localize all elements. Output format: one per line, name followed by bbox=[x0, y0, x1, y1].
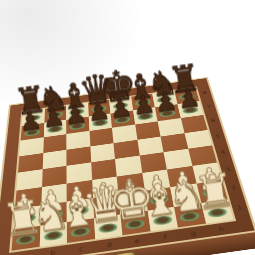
square-e6[interactable] bbox=[112, 124, 137, 142]
rank-label-5: 5 bbox=[214, 128, 223, 144]
black-pawn-glyph: ♟ bbox=[131, 91, 157, 119]
chessboard: ♜♞♝♛♚♝♞♜♟♟♟♟♟♟♟♟♟♟♟♟♟♟♟♟♜♞♝♛♚♝♞♜ abcdefg… bbox=[0, 77, 255, 255]
rank-label-6: 6 bbox=[209, 113, 218, 128]
rank-label-7: 7 bbox=[205, 99, 213, 114]
square-h5[interactable] bbox=[184, 130, 212, 149]
black-pawn-glyph: ♟ bbox=[18, 107, 44, 135]
black-pawn-glyph: ♟ bbox=[108, 94, 134, 122]
square-h1[interactable]: ♜ bbox=[201, 199, 234, 223]
square-e5[interactable] bbox=[113, 140, 139, 159]
rank-label-4: 4 bbox=[218, 144, 228, 161]
square-f5[interactable] bbox=[137, 136, 164, 155]
black-pawn-glyph: ♟ bbox=[153, 88, 179, 116]
product-photo: ♜♞♝♛♚♝♞♜♟♟♟♟♟♟♟♟♟♟♟♟♟♟♟♟♜♞♝♛♚♝♞♜ abcdefg… bbox=[0, 0, 255, 255]
black-pawn-glyph: ♟ bbox=[63, 100, 89, 128]
square-g5[interactable] bbox=[160, 133, 187, 152]
square-a5[interactable] bbox=[18, 153, 43, 173]
square-c6[interactable] bbox=[66, 131, 90, 150]
file-label-b: b bbox=[39, 247, 67, 255]
black-pawn-glyph: ♟ bbox=[176, 85, 202, 113]
board-scene: ♜♞♝♛♚♝♞♜♟♟♟♟♟♟♟♟♟♟♟♟♟♟♟♟♜♞♝♛♚♝♞♜ abcdefg… bbox=[0, 14, 254, 254]
white-rook-glyph: ♜ bbox=[191, 166, 237, 216]
square-b5[interactable] bbox=[42, 149, 66, 169]
